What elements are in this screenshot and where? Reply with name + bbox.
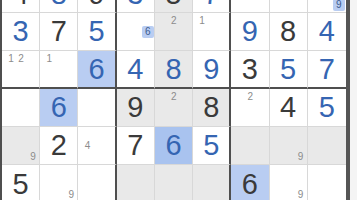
cell-r4c8[interactable]: 4 xyxy=(270,89,308,127)
entered-digit: 6 xyxy=(155,127,192,164)
cell-r3c8[interactable]: 5 xyxy=(270,51,308,89)
given-digit: 4 xyxy=(270,89,307,126)
cell-r2c8[interactable]: 8 xyxy=(270,13,308,51)
cell-r1c3[interactable]: 9 xyxy=(78,0,116,13)
given-digit: 2 xyxy=(40,127,77,164)
cell-content: 8 xyxy=(193,89,229,126)
cell-content: 9 xyxy=(193,51,229,87)
cell-content: 8 xyxy=(40,0,77,13)
cell-r4c5[interactable]: 2 xyxy=(155,89,193,127)
cell-content: 5 xyxy=(193,127,229,164)
given-digit: 5 xyxy=(155,0,192,13)
cell-r3c4[interactable]: 4 xyxy=(117,51,155,89)
cell-content: 4 xyxy=(117,51,154,87)
cell-content: 2 xyxy=(40,127,77,164)
cell-r2c7[interactable]: 9 xyxy=(231,13,269,51)
cell-r6c5[interactable] xyxy=(155,165,193,200)
cell-r5c6[interactable]: 5 xyxy=(193,127,231,165)
given-digit: 8 xyxy=(193,89,229,126)
cell-r2c2[interactable]: 7 xyxy=(40,13,78,51)
cell-content xyxy=(231,127,268,164)
cell-content: 7 xyxy=(193,0,229,13)
pencil-mark: 9 xyxy=(295,151,307,163)
cell-r6c9[interactable] xyxy=(308,165,346,200)
cell-r2c6[interactable]: 1 xyxy=(193,13,231,51)
cell-content: 4 xyxy=(270,89,307,126)
cell-content: 2 xyxy=(155,89,192,126)
cell-r2c5[interactable]: 2 xyxy=(155,13,193,51)
cell-content: 5 xyxy=(270,51,307,87)
cell-r4c3[interactable] xyxy=(78,89,116,127)
entered-digit: 4 xyxy=(308,13,346,50)
cell-r4c1[interactable] xyxy=(2,89,40,127)
cell-r3c1[interactable]: 12 xyxy=(2,51,40,89)
pencil-mark: 9 xyxy=(65,189,77,200)
cell-r4c6[interactable]: 8 xyxy=(193,89,231,127)
cell-content xyxy=(78,165,114,200)
entered-digit: 9 xyxy=(193,51,229,87)
cell-r5c2[interactable]: 2 xyxy=(40,127,78,165)
cell-content: 6 xyxy=(155,127,192,164)
pencil-mark: 2 xyxy=(15,53,27,65)
cell-r5c5[interactable]: 6 xyxy=(155,127,193,165)
cell-content: 1 xyxy=(193,13,229,50)
cell-r1c2[interactable]: 8 xyxy=(40,0,78,13)
cell-content: 9 xyxy=(231,13,268,50)
cell-content: 4 xyxy=(2,0,39,13)
cell-content xyxy=(308,165,346,200)
given-digit: 9 xyxy=(117,89,154,126)
cell-r1c6[interactable]: 7 xyxy=(193,0,231,13)
cell-content: 3 xyxy=(231,51,268,87)
cell-r6c2[interactable]: 9 xyxy=(40,165,78,200)
cell-r6c3[interactable] xyxy=(78,165,116,200)
entered-digit: 5 xyxy=(270,51,307,87)
cell-content: 12 xyxy=(2,51,39,87)
cell-content xyxy=(193,165,229,200)
cell-content: 9 xyxy=(270,127,307,164)
cell-r5c7[interactable] xyxy=(231,127,269,165)
cell-r5c4[interactable]: 7 xyxy=(117,127,155,165)
cell-r1c8[interactable] xyxy=(270,0,308,13)
cell-content: 7 xyxy=(117,127,154,164)
entered-digit: 7 xyxy=(193,0,229,13)
cell-content xyxy=(270,0,307,13)
pencil-mark-highlighted: 6 xyxy=(142,26,154,38)
cell-content: 7 xyxy=(40,13,77,50)
cell-r4c2[interactable]: 6 xyxy=(40,89,78,127)
entered-digit: 3 xyxy=(117,0,154,13)
cell-r1c9[interactable]: 9 xyxy=(308,0,346,13)
cell-content: 1 xyxy=(40,51,77,87)
cell-r4c9[interactable]: 5 xyxy=(308,89,346,127)
cell-r3c3[interactable]: 6 xyxy=(78,51,116,89)
cell-content: 5 xyxy=(2,165,39,200)
cell-r2c3[interactable]: 5 xyxy=(78,13,116,51)
cell-content: 9 xyxy=(2,127,39,164)
entered-digit: 5 xyxy=(78,13,114,50)
pencil-mark: 1 xyxy=(196,15,208,27)
cell-content: 9 xyxy=(40,165,77,200)
given-digit: 4 xyxy=(2,0,39,13)
cell-content: 8 xyxy=(155,51,192,87)
given-digit: 5 xyxy=(2,165,39,200)
entered-digit: 8 xyxy=(40,0,77,13)
entered-digit: 6 xyxy=(40,89,77,126)
pencil-mark: 2 xyxy=(168,15,180,27)
cell-content: 5 xyxy=(308,89,346,126)
given-digit: 3 xyxy=(231,51,268,87)
given-digit: 7 xyxy=(40,13,77,50)
cell-content xyxy=(155,165,192,200)
cell-r2c9[interactable]: 4 xyxy=(308,13,346,51)
cell-r5c8[interactable]: 9 xyxy=(270,127,308,165)
cell-r6c1[interactable]: 5 xyxy=(2,165,40,200)
entered-digit: 7 xyxy=(308,51,346,87)
cell-content: 4 xyxy=(78,127,114,164)
cell-content xyxy=(2,89,39,126)
cell-content xyxy=(308,127,346,164)
cell-content: 2 xyxy=(155,13,192,50)
cell-content: 9 xyxy=(308,0,346,13)
pencil-mark: 1 xyxy=(43,53,55,65)
entered-digit: 5 xyxy=(308,89,346,126)
cell-content: 3 xyxy=(2,13,39,50)
entered-digit: 9 xyxy=(231,13,268,50)
pencil-mark: 2 xyxy=(168,91,180,103)
cell-r1c7[interactable] xyxy=(231,0,269,13)
sudoku-board: 4893579375621984121648935769282459247659… xyxy=(0,0,350,200)
cell-r2c1[interactable]: 3 xyxy=(2,13,40,51)
cell-r4c7[interactable]: 2 xyxy=(231,89,269,127)
cell-content: 9 xyxy=(270,165,307,200)
pencil-mark: 2 xyxy=(244,91,256,103)
entered-digit: 3 xyxy=(2,13,39,50)
pencil-mark: 4 xyxy=(81,140,93,152)
cell-r1c5[interactable]: 5 xyxy=(155,0,193,13)
cell-r6c6[interactable] xyxy=(193,165,231,200)
cell-r5c3[interactable]: 4 xyxy=(78,127,116,165)
given-digit: 6 xyxy=(231,165,268,200)
cell-r3c6[interactable]: 9 xyxy=(193,51,231,89)
cell-r3c2[interactable]: 1 xyxy=(40,51,78,89)
entered-digit: 8 xyxy=(155,51,192,87)
cell-content: 5 xyxy=(155,0,192,13)
cell-content: 6 xyxy=(231,165,268,200)
cell-content xyxy=(117,165,154,200)
pencil-mark: 9 xyxy=(295,189,307,200)
cell-r4c4[interactable]: 9 xyxy=(117,89,155,127)
cell-content: 5 xyxy=(78,13,114,50)
cell-content: 3 xyxy=(117,0,154,13)
cell-r3c7[interactable]: 3 xyxy=(231,51,269,89)
cell-r3c9[interactable]: 7 xyxy=(308,51,346,89)
cell-r1c1[interactable]: 4 xyxy=(2,0,40,13)
given-digit: 7 xyxy=(117,127,154,164)
cell-r6c4[interactable] xyxy=(117,165,155,200)
cell-content: 8 xyxy=(270,13,307,50)
cell-content: 4 xyxy=(308,13,346,50)
given-digit: 9 xyxy=(78,0,114,13)
cell-content xyxy=(231,0,268,13)
cell-r5c9[interactable] xyxy=(308,127,346,165)
cell-content: 7 xyxy=(308,51,346,87)
cell-content: 6 xyxy=(117,13,154,50)
cell-r5c1[interactable]: 9 xyxy=(2,127,40,165)
entered-digit: 5 xyxy=(193,127,229,164)
cell-r6c7[interactable]: 6 xyxy=(231,165,269,200)
pencil-mark: 9 xyxy=(27,151,39,163)
cell-content: 6 xyxy=(78,51,114,87)
cell-content: 9 xyxy=(117,89,154,126)
pencil-mark-highlighted: 9 xyxy=(333,0,345,11)
cell-content: 6 xyxy=(40,89,77,126)
cell-content: 9 xyxy=(78,0,114,13)
given-digit: 8 xyxy=(270,13,307,50)
cell-r1c4[interactable]: 3 xyxy=(117,0,155,13)
cell-content xyxy=(78,89,114,126)
cell-content: 2 xyxy=(231,89,268,126)
entered-digit: 6 xyxy=(78,51,114,87)
cell-r6c8[interactable]: 9 xyxy=(270,165,308,200)
entered-digit: 4 xyxy=(117,51,154,87)
cell-r2c4[interactable]: 6 xyxy=(117,13,155,51)
cell-r3c5[interactable]: 8 xyxy=(155,51,193,89)
